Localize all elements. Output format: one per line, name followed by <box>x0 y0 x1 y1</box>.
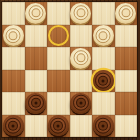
square-r4c3[interactable] <box>70 92 93 115</box>
dark-piece[interactable] <box>70 93 91 114</box>
square-r4c5[interactable] <box>115 92 138 115</box>
square-r5c4[interactable] <box>92 115 115 138</box>
square-r1c4[interactable] <box>92 25 115 48</box>
square-r2c4[interactable] <box>92 47 115 70</box>
square-r1c5[interactable] <box>115 25 138 48</box>
square-r4c2[interactable] <box>47 92 70 115</box>
piece-ring-inner <box>31 9 40 18</box>
square-r2c1[interactable] <box>25 47 48 70</box>
square-r4c0[interactable] <box>2 92 25 115</box>
piece-center-dot <box>102 124 105 127</box>
checkers-app <box>0 0 140 140</box>
dark-piece[interactable] <box>93 115 114 136</box>
white-piece[interactable] <box>115 3 136 24</box>
piece-ring-inner <box>76 54 85 63</box>
square-r0c1[interactable] <box>25 2 48 25</box>
square-r5c0[interactable] <box>2 115 25 138</box>
move-highlight-circle <box>48 25 69 46</box>
square-r3c1[interactable] <box>25 70 48 93</box>
square-r2c2[interactable] <box>47 47 70 70</box>
square-r5c2[interactable] <box>47 115 70 138</box>
piece-ring-inner <box>99 31 108 40</box>
square-r3c0[interactable] <box>2 70 25 93</box>
square-r5c1[interactable] <box>25 115 48 138</box>
square-r4c1[interactable] <box>25 92 48 115</box>
board-frame <box>0 0 140 140</box>
square-r0c4[interactable] <box>92 2 115 25</box>
square-r3c4[interactable] <box>92 70 115 93</box>
square-r1c2[interactable] <box>47 25 70 48</box>
square-r0c2[interactable] <box>47 2 70 25</box>
square-r5c3[interactable] <box>70 115 93 138</box>
dark-piece[interactable] <box>48 115 69 136</box>
piece-center-dot <box>57 124 60 127</box>
square-r1c1[interactable] <box>25 25 48 48</box>
white-piece[interactable] <box>70 48 91 69</box>
square-r1c3[interactable] <box>70 25 93 48</box>
square-r0c0[interactable] <box>2 2 25 25</box>
piece-ring-inner <box>76 9 85 18</box>
square-r0c5[interactable] <box>115 2 138 25</box>
square-r3c5[interactable] <box>115 70 138 93</box>
square-r2c3[interactable] <box>70 47 93 70</box>
piece-ring-inner <box>9 31 18 40</box>
square-r1c0[interactable] <box>2 25 25 48</box>
checkers-board <box>2 2 137 137</box>
white-piece[interactable] <box>25 3 46 24</box>
square-r2c5[interactable] <box>115 47 138 70</box>
piece-center-dot <box>79 102 82 105</box>
piece-ring-inner <box>121 9 130 18</box>
square-r4c4[interactable] <box>92 92 115 115</box>
dark-piece[interactable] <box>3 115 24 136</box>
white-piece[interactable] <box>3 25 24 46</box>
square-r3c2[interactable] <box>47 70 70 93</box>
white-piece[interactable] <box>93 25 114 46</box>
piece-center-dot <box>12 124 15 127</box>
white-piece[interactable] <box>70 3 91 24</box>
square-r2c0[interactable] <box>2 47 25 70</box>
dark-piece[interactable] <box>25 93 46 114</box>
square-r0c3[interactable] <box>70 2 93 25</box>
piece-center-dot <box>34 102 37 105</box>
piece-center-dot <box>102 79 105 82</box>
dark-piece-selected[interactable] <box>93 70 114 91</box>
square-r5c5[interactable] <box>115 115 138 138</box>
square-r3c3[interactable] <box>70 70 93 93</box>
